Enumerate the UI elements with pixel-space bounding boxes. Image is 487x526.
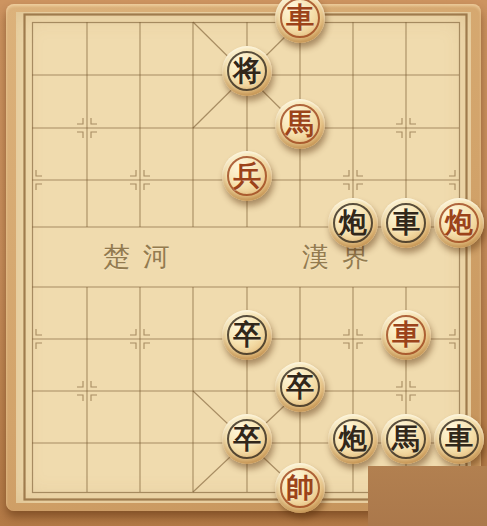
- piece-glyph: 炮: [339, 209, 367, 237]
- piece-black-soldier[interactable]: 卒: [222, 310, 272, 360]
- piece-glyph: 卒: [233, 425, 261, 453]
- piece-glyph: 車: [445, 425, 473, 453]
- piece-glyph: 卒: [233, 321, 261, 349]
- piece-black-soldier[interactable]: 卒: [275, 362, 325, 412]
- piece-glyph: 卒: [286, 373, 314, 401]
- piece-glyph: 兵: [233, 162, 261, 190]
- piece-glyph: 馬: [286, 110, 314, 138]
- piece-red-soldier[interactable]: 兵: [222, 151, 272, 201]
- piece-glyph: 将: [233, 57, 261, 85]
- pieces-layer: 車将馬兵炮車炮卒車卒卒炮馬車帥: [0, 0, 487, 526]
- piece-glyph: 炮: [445, 209, 473, 237]
- blurred-patch-overlay: [368, 466, 487, 526]
- piece-red-general[interactable]: 帥: [275, 463, 325, 513]
- piece-red-chariot[interactable]: 車: [275, 0, 325, 43]
- piece-glyph: 炮: [339, 425, 367, 453]
- piece-glyph: 車: [286, 4, 314, 32]
- piece-black-chariot[interactable]: 車: [434, 414, 484, 464]
- piece-black-soldier[interactable]: 卒: [222, 414, 272, 464]
- piece-red-horse[interactable]: 馬: [275, 99, 325, 149]
- xiangqi-app: 楚河 漢界 車将馬兵炮車炮卒車卒卒炮馬車帥: [0, 0, 487, 526]
- piece-black-general[interactable]: 将: [222, 46, 272, 96]
- piece-glyph: 車: [392, 321, 420, 349]
- piece-red-chariot[interactable]: 車: [381, 310, 431, 360]
- piece-glyph: 帥: [286, 474, 314, 502]
- piece-black-chariot[interactable]: 車: [381, 198, 431, 248]
- piece-black-horse[interactable]: 馬: [381, 414, 431, 464]
- piece-red-cannon[interactable]: 炮: [434, 198, 484, 248]
- piece-black-cannon[interactable]: 炮: [328, 198, 378, 248]
- piece-glyph: 車: [392, 209, 420, 237]
- piece-glyph: 馬: [392, 425, 420, 453]
- piece-black-cannon[interactable]: 炮: [328, 414, 378, 464]
